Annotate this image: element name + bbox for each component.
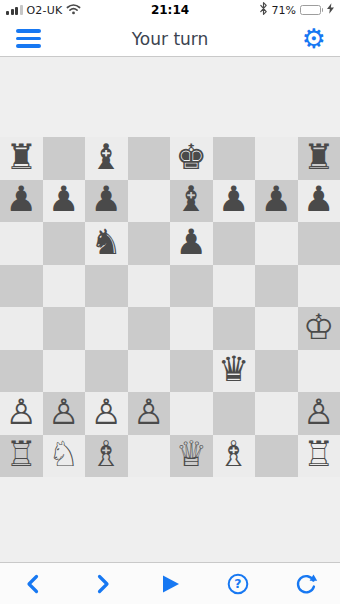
square-d4[interactable] (128, 307, 171, 350)
question-circle-icon: ? (226, 572, 250, 596)
square-h4[interactable]: ♔ (298, 307, 340, 350)
square-c3[interactable] (85, 350, 128, 393)
piece-white-king: ♔ (303, 310, 334, 345)
battery-icon (300, 5, 323, 15)
square-h7[interactable]: ♟ (298, 180, 340, 223)
square-c7[interactable]: ♟ (85, 180, 128, 223)
piece-white-rook: ♖ (303, 437, 334, 472)
square-b3[interactable] (43, 350, 86, 393)
square-f5[interactable] (213, 265, 256, 308)
square-e5[interactable] (170, 265, 213, 308)
square-b4[interactable] (43, 307, 86, 350)
square-b8[interactable] (43, 137, 86, 180)
square-c5[interactable] (85, 265, 128, 308)
square-g8[interactable] (255, 137, 298, 180)
restart-button[interactable] (272, 563, 340, 604)
square-c8[interactable]: ♝ (85, 137, 128, 180)
piece-white-bishop: ♗ (91, 437, 122, 472)
square-d5[interactable] (128, 265, 171, 308)
square-a6[interactable] (0, 222, 43, 265)
piece-black-rook: ♜ (6, 140, 37, 175)
chess-board[interactable]: ♜♝♚♜♟♟♟♝♟♟♟♞♟♔♛♙♙♙♙♙♖♘♗♕♗♖ (0, 137, 340, 477)
square-b5[interactable] (43, 265, 86, 308)
play-button[interactable] (136, 563, 204, 604)
help-button[interactable]: ? (204, 563, 272, 604)
square-c2[interactable]: ♙ (85, 392, 128, 435)
square-d6[interactable] (128, 222, 171, 265)
refresh-arrows-icon (294, 572, 318, 596)
square-f6[interactable] (213, 222, 256, 265)
piece-black-king: ♚ (176, 140, 207, 175)
piece-white-queen: ♕ (176, 437, 207, 472)
page-title: Your turn (0, 29, 340, 49)
piece-black-queen: ♛ (218, 352, 249, 387)
square-h1[interactable]: ♖ (298, 435, 340, 478)
piece-white-pawn: ♙ (91, 395, 122, 430)
square-a8[interactable]: ♜ (0, 137, 43, 180)
square-b7[interactable]: ♟ (43, 180, 86, 223)
piece-black-pawn: ♟ (176, 225, 207, 260)
square-e3[interactable] (170, 350, 213, 393)
square-f8[interactable] (213, 137, 256, 180)
square-c6[interactable]: ♞ (85, 222, 128, 265)
square-f4[interactable] (213, 307, 256, 350)
status-bar: O2-UK 21:14 71% (0, 0, 340, 20)
bluetooth-icon (259, 2, 268, 18)
square-d2[interactable]: ♙ (128, 392, 171, 435)
piece-black-pawn: ♟ (218, 182, 249, 217)
square-f2[interactable] (213, 392, 256, 435)
forward-button[interactable] (68, 563, 136, 604)
square-a3[interactable] (0, 350, 43, 393)
piece-white-pawn: ♙ (6, 395, 37, 430)
gear-icon[interactable]: ⚙ (302, 25, 326, 52)
square-d3[interactable] (128, 350, 171, 393)
square-g2[interactable] (255, 392, 298, 435)
square-c4[interactable] (85, 307, 128, 350)
square-a5[interactable] (0, 265, 43, 308)
square-d8[interactable] (128, 137, 171, 180)
square-g6[interactable] (255, 222, 298, 265)
square-h6[interactable] (298, 222, 340, 265)
square-h5[interactable] (298, 265, 340, 308)
hamburger-menu-icon[interactable] (14, 25, 43, 52)
piece-white-rook: ♖ (6, 437, 37, 472)
piece-white-knight: ♘ (48, 437, 79, 472)
top-header: O2-UK 21:14 71% (0, 0, 340, 57)
back-button[interactable] (0, 563, 68, 604)
square-g1[interactable] (255, 435, 298, 478)
square-a2[interactable]: ♙ (0, 392, 43, 435)
chevron-right-icon (90, 572, 114, 596)
svg-text:?: ? (234, 576, 241, 591)
square-c1[interactable]: ♗ (85, 435, 128, 478)
charging-bolt-icon (327, 3, 334, 17)
play-triangle-icon (158, 572, 182, 596)
square-e8[interactable]: ♚ (170, 137, 213, 180)
piece-white-pawn: ♙ (48, 395, 79, 430)
piece-black-bishop: ♝ (176, 182, 207, 217)
square-d1[interactable] (128, 435, 171, 478)
square-g5[interactable] (255, 265, 298, 308)
piece-black-pawn: ♟ (261, 182, 292, 217)
square-g4[interactable] (255, 307, 298, 350)
square-h8[interactable]: ♜ (298, 137, 340, 180)
square-e2[interactable] (170, 392, 213, 435)
square-e1[interactable]: ♕ (170, 435, 213, 478)
chevron-left-icon (22, 572, 46, 596)
square-f3[interactable]: ♛ (213, 350, 256, 393)
piece-white-bishop: ♗ (218, 437, 249, 472)
square-g7[interactable]: ♟ (255, 180, 298, 223)
square-e6[interactable]: ♟ (170, 222, 213, 265)
piece-white-pawn: ♙ (133, 395, 164, 430)
piece-black-pawn: ♟ (91, 182, 122, 217)
piece-white-pawn: ♙ (303, 395, 334, 430)
piece-black-knight: ♞ (91, 225, 122, 260)
square-h2[interactable]: ♙ (298, 392, 340, 435)
square-a4[interactable] (0, 307, 43, 350)
square-a7[interactable]: ♟ (0, 180, 43, 223)
square-g3[interactable] (255, 350, 298, 393)
square-e7[interactable]: ♝ (170, 180, 213, 223)
piece-black-pawn: ♟ (6, 182, 37, 217)
nav-bar: Your turn ⚙ (0, 20, 340, 57)
piece-black-pawn: ♟ (303, 182, 334, 217)
piece-black-pawn: ♟ (48, 182, 79, 217)
square-d7[interactable] (128, 180, 171, 223)
square-f1[interactable]: ♗ (213, 435, 256, 478)
piece-black-rook: ♜ (303, 140, 334, 175)
square-b2[interactable]: ♙ (43, 392, 86, 435)
square-e4[interactable] (170, 307, 213, 350)
battery-percent-label: 71% (272, 4, 296, 17)
bottom-toolbar: ? (0, 562, 340, 604)
square-a1[interactable]: ♖ (0, 435, 43, 478)
square-f7[interactable]: ♟ (213, 180, 256, 223)
piece-black-bishop: ♝ (91, 140, 122, 175)
square-b6[interactable] (43, 222, 86, 265)
square-b1[interactable]: ♘ (43, 435, 86, 478)
square-h3[interactable] (298, 350, 340, 393)
